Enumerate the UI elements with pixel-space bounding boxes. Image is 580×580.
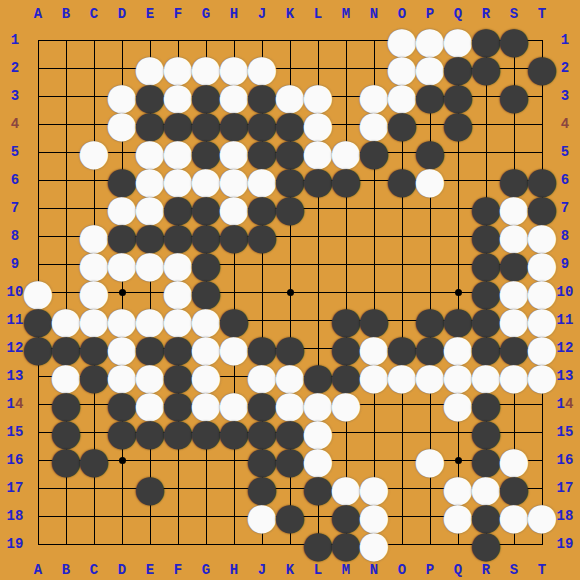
row-label-left: 4: [0, 110, 30, 138]
stone-black[interactable]: ●: [80, 362, 108, 390]
row-label-left: 10: [0, 278, 30, 306]
column-label-top: F: [164, 0, 192, 28]
column-label-bottom: H: [220, 556, 248, 580]
column-label-top: M: [332, 0, 360, 28]
column-label-top: H: [220, 0, 248, 28]
column-label-top: T: [528, 0, 556, 28]
row-label-right: 14: [550, 390, 580, 418]
column-label-bottom: B: [52, 556, 80, 580]
row-label-right: 10: [550, 278, 580, 306]
stone-black[interactable]: ●: [276, 502, 304, 530]
stone-black[interactable]: ●: [304, 530, 332, 558]
row-label-right: 7: [550, 194, 580, 222]
column-label-top: K: [276, 0, 304, 28]
stone-white[interactable]: ●: [416, 166, 444, 194]
stone-white[interactable]: ●: [500, 362, 528, 390]
column-label-bottom: A: [24, 556, 52, 580]
row-label-left: 13: [0, 362, 30, 390]
stone-black[interactable]: ●: [220, 222, 248, 250]
column-label-top: J: [248, 0, 276, 28]
column-label-bottom: O: [388, 556, 416, 580]
stone-white[interactable]: ●: [388, 362, 416, 390]
stone-black[interactable]: ●: [136, 418, 164, 446]
column-label-top: Q: [444, 0, 472, 28]
column-label-bottom: N: [360, 556, 388, 580]
column-label-top: R: [472, 0, 500, 28]
row-label-left: 7: [0, 194, 30, 222]
row-label-right: 11: [550, 306, 580, 334]
column-label-top: P: [416, 0, 444, 28]
stone-white[interactable]: ●: [332, 390, 360, 418]
star-point: [119, 289, 126, 296]
stone-black[interactable]: ●: [136, 474, 164, 502]
stone-black[interactable]: ●: [332, 166, 360, 194]
column-label-bottom: K: [276, 556, 304, 580]
column-label-top: N: [360, 0, 388, 28]
column-label-bottom: P: [416, 556, 444, 580]
column-label-top: A: [24, 0, 52, 28]
row-label-right: 1: [550, 26, 580, 54]
row-label-right: 6: [550, 166, 580, 194]
stone-black[interactable]: ●: [500, 26, 528, 54]
stone-white[interactable]: ●: [220, 334, 248, 362]
row-label-left: 9: [0, 250, 30, 278]
column-label-bottom: C: [80, 556, 108, 580]
row-label-left: 15: [0, 418, 30, 446]
stone-white[interactable]: ●: [416, 362, 444, 390]
column-label-top: L: [304, 0, 332, 28]
row-label-left: 19: [0, 530, 30, 558]
row-label-left: 16: [0, 446, 30, 474]
stone-black[interactable]: ●: [220, 418, 248, 446]
column-label-bottom: F: [164, 556, 192, 580]
row-label-left: 12: [0, 334, 30, 362]
stone-white[interactable]: ●: [444, 502, 472, 530]
row-label-right: 16: [550, 446, 580, 474]
stone-white[interactable]: ●: [416, 446, 444, 474]
row-label-left: 11: [0, 306, 30, 334]
row-label-right: 4: [550, 110, 580, 138]
stone-white[interactable]: ●: [444, 390, 472, 418]
star-point: [455, 289, 462, 296]
column-label-top: G: [192, 0, 220, 28]
stone-black[interactable]: ●: [276, 194, 304, 222]
row-label-right: 5: [550, 138, 580, 166]
column-label-bottom: Q: [444, 556, 472, 580]
row-label-right: 9: [550, 250, 580, 278]
stone-black[interactable]: ●: [500, 82, 528, 110]
star-point: [455, 457, 462, 464]
row-label-right: 8: [550, 222, 580, 250]
stone-black[interactable]: ●: [192, 418, 220, 446]
column-label-bottom: D: [108, 556, 136, 580]
column-label-bottom: R: [472, 556, 500, 580]
stone-black[interactable]: ●: [80, 446, 108, 474]
row-label-left: 17: [0, 474, 30, 502]
stone-white[interactable]: ●: [108, 110, 136, 138]
row-label-left: 1: [0, 26, 30, 54]
column-label-bottom: J: [248, 556, 276, 580]
row-label-right: 3: [550, 82, 580, 110]
go-board[interactable]: ●●●●●●●●●●●●●●●●●●●●●●●●●●●●●●●●●●●●●●●●…: [0, 0, 580, 580]
stone-black[interactable]: ●: [332, 530, 360, 558]
stone-black[interactable]: ●: [276, 446, 304, 474]
row-label-left: 6: [0, 166, 30, 194]
stone-black[interactable]: ●: [472, 54, 500, 82]
stone-black[interactable]: ●: [472, 530, 500, 558]
column-label-bottom: L: [304, 556, 332, 580]
stone-black[interactable]: ●: [304, 474, 332, 502]
column-label-bottom: E: [136, 556, 164, 580]
row-label-left: 2: [0, 54, 30, 82]
stone-white[interactable]: ●: [360, 530, 388, 558]
row-label-left: 18: [0, 502, 30, 530]
column-label-bottom: M: [332, 556, 360, 580]
stone-black[interactable]: ●: [248, 222, 276, 250]
stone-white[interactable]: ●: [248, 502, 276, 530]
column-label-top: D: [108, 0, 136, 28]
column-label-bottom: S: [500, 556, 528, 580]
stone-black[interactable]: ●: [388, 110, 416, 138]
row-label-left: 5: [0, 138, 30, 166]
stone-black[interactable]: ●: [444, 110, 472, 138]
stone-black[interactable]: ●: [416, 82, 444, 110]
row-label-right: 15: [550, 418, 580, 446]
stone-black[interactable]: ●: [52, 446, 80, 474]
stone-black[interactable]: ●: [164, 418, 192, 446]
column-label-top: O: [388, 0, 416, 28]
row-label-right: 12: [550, 334, 580, 362]
column-label-top: S: [500, 0, 528, 28]
column-label-top: B: [52, 0, 80, 28]
row-label-right: 13: [550, 362, 580, 390]
stone-white[interactable]: ●: [136, 250, 164, 278]
column-label-bottom: T: [528, 556, 556, 580]
row-label-right: 19: [550, 530, 580, 558]
stone-white[interactable]: ●: [360, 362, 388, 390]
row-label-right: 17: [550, 474, 580, 502]
row-label-left: 3: [0, 82, 30, 110]
star-point: [119, 457, 126, 464]
row-label-right: 18: [550, 502, 580, 530]
stone-black[interactable]: ●: [388, 166, 416, 194]
row-label-left: 14: [0, 390, 30, 418]
row-label-left: 8: [0, 222, 30, 250]
star-point: [287, 289, 294, 296]
stone-white[interactable]: ●: [80, 138, 108, 166]
stone-black[interactable]: ●: [304, 166, 332, 194]
stone-white[interactable]: ●: [108, 250, 136, 278]
column-label-bottom: G: [192, 556, 220, 580]
stone-black[interactable]: ●: [108, 418, 136, 446]
stone-white[interactable]: ●: [500, 502, 528, 530]
column-label-top: E: [136, 0, 164, 28]
column-label-top: C: [80, 0, 108, 28]
stone-black[interactable]: ●: [360, 138, 388, 166]
row-label-right: 2: [550, 54, 580, 82]
